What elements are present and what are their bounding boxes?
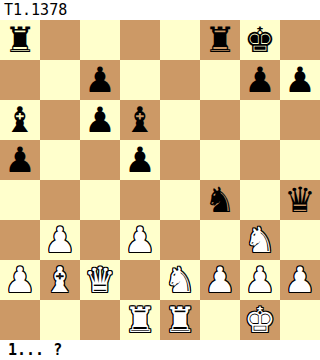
- square-f2[interactable]: ♟: [200, 260, 240, 300]
- square-a6[interactable]: ♝: [0, 100, 40, 140]
- square-b1[interactable]: [40, 300, 80, 340]
- piece-black-pawn: ♟: [124, 140, 155, 180]
- piece-black-knight: ♞: [204, 180, 235, 220]
- square-d5[interactable]: ♟: [120, 140, 160, 180]
- piece-white-bishop: ♝: [44, 260, 75, 300]
- square-f4[interactable]: ♞: [200, 180, 240, 220]
- square-d7[interactable]: [120, 60, 160, 100]
- chess-puzzle-window: T1.1378 ♜♜♚♟♟♟♝♟♝♟♟♞♛♟♟♞♟♝♛♞♟♟♟♜♜♚ 1... …: [0, 0, 320, 360]
- square-h7[interactable]: ♟: [280, 60, 320, 100]
- piece-black-pawn: ♟: [244, 60, 275, 100]
- square-c8[interactable]: [80, 20, 120, 60]
- square-b4[interactable]: [40, 180, 80, 220]
- piece-white-pawn: ♟: [4, 260, 35, 300]
- square-f7[interactable]: [200, 60, 240, 100]
- piece-white-knight: ♞: [164, 260, 195, 300]
- square-e7[interactable]: [160, 60, 200, 100]
- square-e3[interactable]: [160, 220, 200, 260]
- square-g5[interactable]: [240, 140, 280, 180]
- square-d6[interactable]: ♝: [120, 100, 160, 140]
- square-c5[interactable]: [80, 140, 120, 180]
- piece-white-pawn: ♟: [204, 260, 235, 300]
- square-c7[interactable]: ♟: [80, 60, 120, 100]
- square-c1[interactable]: [80, 300, 120, 340]
- square-c3[interactable]: [80, 220, 120, 260]
- square-b5[interactable]: [40, 140, 80, 180]
- square-e6[interactable]: [160, 100, 200, 140]
- square-g3[interactable]: ♞: [240, 220, 280, 260]
- square-b2[interactable]: ♝: [40, 260, 80, 300]
- puzzle-id: T1.1378: [0, 0, 320, 20]
- square-e2[interactable]: ♞: [160, 260, 200, 300]
- piece-white-pawn: ♟: [44, 220, 75, 260]
- piece-white-rook: ♜: [124, 300, 155, 340]
- square-f5[interactable]: [200, 140, 240, 180]
- square-h2[interactable]: ♟: [280, 260, 320, 300]
- piece-white-pawn: ♟: [124, 220, 155, 260]
- piece-black-queen: ♛: [284, 180, 315, 220]
- square-f6[interactable]: [200, 100, 240, 140]
- square-g1[interactable]: ♚: [240, 300, 280, 340]
- square-e8[interactable]: [160, 20, 200, 60]
- square-c4[interactable]: [80, 180, 120, 220]
- square-a4[interactable]: [0, 180, 40, 220]
- square-d1[interactable]: ♜: [120, 300, 160, 340]
- square-f8[interactable]: ♜: [200, 20, 240, 60]
- square-e1[interactable]: ♜: [160, 300, 200, 340]
- piece-black-rook: ♜: [204, 20, 235, 60]
- square-b7[interactable]: [40, 60, 80, 100]
- square-a7[interactable]: [0, 60, 40, 100]
- piece-black-pawn: ♟: [84, 100, 115, 140]
- square-h3[interactable]: [280, 220, 320, 260]
- square-b3[interactable]: ♟: [40, 220, 80, 260]
- square-h8[interactable]: [280, 20, 320, 60]
- square-d4[interactable]: [120, 180, 160, 220]
- piece-white-queen: ♛: [84, 260, 115, 300]
- square-a8[interactable]: ♜: [0, 20, 40, 60]
- square-g7[interactable]: ♟: [240, 60, 280, 100]
- piece-black-bishop: ♝: [124, 100, 155, 140]
- piece-white-pawn: ♟: [244, 260, 275, 300]
- square-a5[interactable]: ♟: [0, 140, 40, 180]
- chess-board: ♜♜♚♟♟♟♝♟♝♟♟♞♛♟♟♞♟♝♛♞♟♟♟♜♜♚: [0, 20, 320, 340]
- piece-black-king: ♚: [244, 20, 275, 60]
- piece-white-knight: ♞: [244, 220, 275, 260]
- square-f1[interactable]: [200, 300, 240, 340]
- square-a1[interactable]: [0, 300, 40, 340]
- square-f3[interactable]: [200, 220, 240, 260]
- piece-black-pawn: ♟: [4, 140, 35, 180]
- move-prompt: 1... ?: [0, 340, 320, 360]
- square-h5[interactable]: [280, 140, 320, 180]
- square-d8[interactable]: [120, 20, 160, 60]
- square-g4[interactable]: [240, 180, 280, 220]
- square-g2[interactable]: ♟: [240, 260, 280, 300]
- piece-white-king: ♚: [244, 300, 275, 340]
- piece-black-bishop: ♝: [4, 100, 35, 140]
- square-c2[interactable]: ♛: [80, 260, 120, 300]
- square-g6[interactable]: [240, 100, 280, 140]
- square-b8[interactable]: [40, 20, 80, 60]
- square-h6[interactable]: [280, 100, 320, 140]
- square-a2[interactable]: ♟: [0, 260, 40, 300]
- square-g8[interactable]: ♚: [240, 20, 280, 60]
- piece-black-pawn: ♟: [284, 60, 315, 100]
- square-b6[interactable]: [40, 100, 80, 140]
- piece-white-pawn: ♟: [284, 260, 315, 300]
- square-e4[interactable]: [160, 180, 200, 220]
- piece-black-rook: ♜: [4, 20, 35, 60]
- piece-white-rook: ♜: [164, 300, 195, 340]
- square-d3[interactable]: ♟: [120, 220, 160, 260]
- square-h1[interactable]: [280, 300, 320, 340]
- square-h4[interactable]: ♛: [280, 180, 320, 220]
- square-d2[interactable]: [120, 260, 160, 300]
- square-e5[interactable]: [160, 140, 200, 180]
- piece-black-pawn: ♟: [84, 60, 115, 100]
- square-c6[interactable]: ♟: [80, 100, 120, 140]
- square-a3[interactable]: [0, 220, 40, 260]
